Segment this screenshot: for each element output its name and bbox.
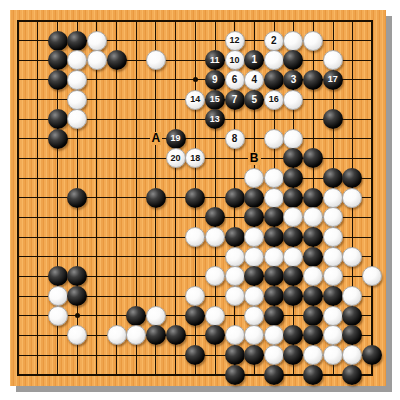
board-point[interactable]: 10 <box>225 50 245 70</box>
board-point[interactable] <box>48 227 68 247</box>
board-point[interactable] <box>284 208 304 228</box>
board-point[interactable] <box>303 90 323 110</box>
board-point[interactable] <box>205 11 225 31</box>
board-point[interactable] <box>205 345 225 365</box>
board-point[interactable] <box>67 149 87 169</box>
board-point[interactable]: 5 <box>244 90 264 110</box>
board-point[interactable] <box>166 325 186 345</box>
board-point[interactable] <box>303 208 323 228</box>
board-point[interactable] <box>8 365 28 385</box>
board-point[interactable] <box>264 168 284 188</box>
board-point[interactable] <box>126 149 146 169</box>
board-point[interactable] <box>264 11 284 31</box>
board-point[interactable] <box>126 168 146 188</box>
board-point[interactable] <box>303 168 323 188</box>
board-point[interactable] <box>48 208 68 228</box>
board-point[interactable] <box>166 50 186 70</box>
board-point[interactable] <box>225 325 245 345</box>
board-point[interactable] <box>303 50 323 70</box>
board-point[interactable] <box>323 149 343 169</box>
board-point[interactable] <box>362 70 382 90</box>
board-point[interactable] <box>284 267 304 287</box>
board-point[interactable] <box>303 11 323 31</box>
board-point[interactable] <box>323 208 343 228</box>
board-point[interactable] <box>28 168 48 188</box>
board-point[interactable] <box>303 149 323 169</box>
board-point[interactable]: 4 <box>244 70 264 90</box>
board-point[interactable] <box>126 50 146 70</box>
board-point[interactable] <box>87 188 107 208</box>
board-point[interactable] <box>303 70 323 90</box>
board-point[interactable] <box>146 345 166 365</box>
board-point[interactable] <box>362 149 382 169</box>
board-point[interactable] <box>67 11 87 31</box>
board-point[interactable] <box>146 267 166 287</box>
board-point[interactable] <box>343 188 363 208</box>
board-point[interactable] <box>205 286 225 306</box>
board-point[interactable] <box>264 50 284 70</box>
board-point[interactable] <box>28 70 48 90</box>
board-point[interactable] <box>205 227 225 247</box>
board-point[interactable] <box>8 109 28 129</box>
board-point[interactable] <box>146 50 166 70</box>
board-point[interactable] <box>87 247 107 267</box>
board-point[interactable] <box>343 31 363 51</box>
board-point[interactable] <box>48 188 68 208</box>
board-point[interactable] <box>264 208 284 228</box>
board-point[interactable] <box>323 11 343 31</box>
board-point[interactable] <box>185 168 205 188</box>
board-point[interactable] <box>225 11 245 31</box>
board-point[interactable] <box>362 365 382 385</box>
board-point[interactable] <box>8 267 28 287</box>
board-point[interactable] <box>225 188 245 208</box>
board-point[interactable] <box>303 345 323 365</box>
board-point[interactable] <box>166 267 186 287</box>
board-point[interactable] <box>343 345 363 365</box>
board-point[interactable]: B <box>244 149 264 169</box>
board-point[interactable] <box>126 208 146 228</box>
board-point[interactable] <box>225 168 245 188</box>
board-point[interactable] <box>303 365 323 385</box>
board-point[interactable] <box>87 109 107 129</box>
board-point[interactable] <box>67 267 87 287</box>
board-point[interactable] <box>303 31 323 51</box>
board-point[interactable] <box>264 247 284 267</box>
board-point[interactable] <box>67 365 87 385</box>
board-point[interactable] <box>343 90 363 110</box>
board-point[interactable] <box>225 306 245 326</box>
board-point[interactable] <box>28 267 48 287</box>
board-point[interactable] <box>284 129 304 149</box>
board-point[interactable] <box>264 267 284 287</box>
board-point[interactable] <box>264 188 284 208</box>
board-point[interactable] <box>48 247 68 267</box>
board-point[interactable] <box>225 109 245 129</box>
board-point[interactable]: 17 <box>323 70 343 90</box>
board-point[interactable] <box>284 188 304 208</box>
board-point[interactable] <box>284 325 304 345</box>
board-point[interactable] <box>107 11 127 31</box>
board-point[interactable] <box>225 345 245 365</box>
board-point[interactable] <box>28 50 48 70</box>
board-point[interactable] <box>303 325 323 345</box>
board-point[interactable] <box>87 31 107 51</box>
board-point[interactable] <box>107 345 127 365</box>
board-point[interactable] <box>48 70 68 90</box>
board-point[interactable] <box>107 306 127 326</box>
board-point[interactable] <box>244 365 264 385</box>
board-point[interactable] <box>303 247 323 267</box>
board-point[interactable] <box>323 247 343 267</box>
board-point[interactable] <box>126 70 146 90</box>
board-point[interactable] <box>264 129 284 149</box>
board-point[interactable] <box>87 267 107 287</box>
board-point[interactable] <box>67 129 87 149</box>
board-point[interactable] <box>28 208 48 228</box>
board-point[interactable] <box>126 11 146 31</box>
board-point[interactable] <box>323 90 343 110</box>
board-point[interactable] <box>343 306 363 326</box>
board-point[interactable] <box>284 247 304 267</box>
board-point[interactable] <box>343 109 363 129</box>
board-point[interactable] <box>48 90 68 110</box>
board-point[interactable] <box>362 306 382 326</box>
board-point[interactable] <box>8 50 28 70</box>
board-point[interactable] <box>225 365 245 385</box>
board-point[interactable] <box>244 345 264 365</box>
board-point[interactable] <box>48 267 68 287</box>
board-point[interactable] <box>185 325 205 345</box>
board-point[interactable] <box>244 227 264 247</box>
board-point[interactable] <box>284 286 304 306</box>
board-point[interactable] <box>323 365 343 385</box>
board-point[interactable] <box>126 306 146 326</box>
board-point[interactable] <box>48 50 68 70</box>
board-point[interactable] <box>87 149 107 169</box>
board-point[interactable] <box>362 188 382 208</box>
board-point[interactable] <box>166 208 186 228</box>
board-point[interactable] <box>343 149 363 169</box>
board-point[interactable] <box>244 11 264 31</box>
board-point[interactable] <box>146 286 166 306</box>
board-point[interactable] <box>205 168 225 188</box>
board-point[interactable] <box>146 168 166 188</box>
board-point[interactable] <box>362 227 382 247</box>
board-point[interactable] <box>126 325 146 345</box>
board-point[interactable] <box>362 168 382 188</box>
board-point[interactable] <box>323 227 343 247</box>
board-point[interactable] <box>87 11 107 31</box>
board-point[interactable] <box>107 286 127 306</box>
board-point[interactable] <box>28 31 48 51</box>
board-point[interactable] <box>8 286 28 306</box>
board-point[interactable] <box>362 50 382 70</box>
board-point[interactable] <box>323 345 343 365</box>
board-point[interactable] <box>166 306 186 326</box>
board-point[interactable] <box>205 365 225 385</box>
board-point[interactable] <box>8 11 28 31</box>
board-point[interactable] <box>343 208 363 228</box>
board-point[interactable] <box>284 11 304 31</box>
board-point[interactable] <box>126 286 146 306</box>
board-point[interactable] <box>28 109 48 129</box>
board-point[interactable] <box>28 188 48 208</box>
board-point[interactable] <box>264 286 284 306</box>
board-point[interactable]: 6 <box>225 70 245 90</box>
board-point[interactable] <box>146 306 166 326</box>
board-point[interactable] <box>67 168 87 188</box>
board-point[interactable] <box>28 286 48 306</box>
board-point[interactable] <box>146 149 166 169</box>
board-point[interactable] <box>67 247 87 267</box>
board-point[interactable] <box>166 345 186 365</box>
board-point[interactable] <box>264 325 284 345</box>
board-point[interactable] <box>185 109 205 129</box>
board-point[interactable] <box>205 188 225 208</box>
board-point[interactable] <box>28 129 48 149</box>
board-point[interactable] <box>264 365 284 385</box>
board-point[interactable] <box>185 50 205 70</box>
board-point[interactable] <box>146 11 166 31</box>
board-point[interactable] <box>343 247 363 267</box>
board-point[interactable] <box>48 365 68 385</box>
board-point[interactable] <box>303 188 323 208</box>
board-point[interactable] <box>8 168 28 188</box>
board-point[interactable] <box>107 149 127 169</box>
board-point[interactable] <box>244 129 264 149</box>
board-point[interactable] <box>126 31 146 51</box>
board-point[interactable] <box>166 188 186 208</box>
board-point[interactable] <box>166 286 186 306</box>
board-point[interactable] <box>8 129 28 149</box>
board-point[interactable] <box>343 70 363 90</box>
board-point[interactable] <box>8 188 28 208</box>
board-point[interactable] <box>362 247 382 267</box>
board-point[interactable] <box>185 11 205 31</box>
board-point[interactable] <box>107 90 127 110</box>
board-point[interactable] <box>185 31 205 51</box>
board-point[interactable] <box>166 11 186 31</box>
board-point[interactable] <box>67 31 87 51</box>
board-point[interactable] <box>284 345 304 365</box>
board-point[interactable]: 12 <box>225 31 245 51</box>
board-point[interactable] <box>126 247 146 267</box>
board-point[interactable] <box>87 50 107 70</box>
board-point[interactable]: 18 <box>185 149 205 169</box>
board-point[interactable] <box>48 129 68 149</box>
board-point[interactable] <box>343 267 363 287</box>
board-point[interactable] <box>225 247 245 267</box>
board-point[interactable] <box>146 90 166 110</box>
board-point[interactable] <box>28 247 48 267</box>
board-point[interactable] <box>323 267 343 287</box>
board-point[interactable] <box>264 345 284 365</box>
board-point[interactable] <box>362 90 382 110</box>
board-point[interactable] <box>87 365 107 385</box>
board-point[interactable] <box>264 70 284 90</box>
board-point[interactable] <box>126 188 146 208</box>
board-point[interactable] <box>107 365 127 385</box>
board-point[interactable]: 11 <box>205 50 225 70</box>
board-point[interactable] <box>323 50 343 70</box>
board-point[interactable] <box>343 286 363 306</box>
board-point[interactable] <box>323 31 343 51</box>
board-point[interactable] <box>28 227 48 247</box>
board-point[interactable] <box>126 345 146 365</box>
board-point[interactable] <box>284 365 304 385</box>
board-point[interactable] <box>244 325 264 345</box>
board-point[interactable]: 19 <box>166 129 186 149</box>
board-point[interactable] <box>87 70 107 90</box>
board-point[interactable] <box>343 365 363 385</box>
board-point[interactable] <box>8 247 28 267</box>
board-point[interactable] <box>146 227 166 247</box>
board-point[interactable] <box>303 227 323 247</box>
board-point[interactable] <box>28 90 48 110</box>
board-point[interactable] <box>185 286 205 306</box>
board-point[interactable] <box>48 286 68 306</box>
board-point[interactable] <box>146 188 166 208</box>
board-point[interactable] <box>284 50 304 70</box>
board-point[interactable] <box>225 227 245 247</box>
board-point[interactable] <box>264 109 284 129</box>
board-point[interactable] <box>225 149 245 169</box>
board-point[interactable] <box>303 267 323 287</box>
board-point[interactable] <box>362 267 382 287</box>
board-point[interactable] <box>185 188 205 208</box>
board-point[interactable] <box>244 168 264 188</box>
board-point[interactable] <box>146 208 166 228</box>
board-point[interactable] <box>185 267 205 287</box>
board-point[interactable] <box>343 11 363 31</box>
board-point[interactable] <box>48 325 68 345</box>
board-point[interactable] <box>284 31 304 51</box>
board-point[interactable] <box>8 227 28 247</box>
board-point[interactable] <box>244 109 264 129</box>
board-point[interactable] <box>87 208 107 228</box>
board-point[interactable] <box>126 227 146 247</box>
board-point[interactable] <box>67 325 87 345</box>
board-point[interactable] <box>244 306 264 326</box>
board-point[interactable] <box>205 325 225 345</box>
board-point[interactable] <box>362 31 382 51</box>
board-point[interactable] <box>284 168 304 188</box>
board-point[interactable] <box>362 208 382 228</box>
board-point[interactable] <box>28 345 48 365</box>
board-point[interactable] <box>362 129 382 149</box>
board-point[interactable] <box>107 129 127 149</box>
board-point[interactable] <box>284 109 304 129</box>
board-point[interactable] <box>146 325 166 345</box>
board-point[interactable] <box>303 109 323 129</box>
board-point[interactable] <box>48 109 68 129</box>
board-point[interactable] <box>107 208 127 228</box>
board-point[interactable] <box>67 188 87 208</box>
board-point[interactable] <box>284 149 304 169</box>
board-point[interactable] <box>48 31 68 51</box>
board-point[interactable] <box>8 345 28 365</box>
board-point[interactable] <box>323 129 343 149</box>
board-point[interactable] <box>126 109 146 129</box>
board-point[interactable] <box>323 325 343 345</box>
board-point[interactable] <box>107 247 127 267</box>
board-point[interactable] <box>107 70 127 90</box>
board-point[interactable] <box>225 267 245 287</box>
board-point[interactable]: 16 <box>264 90 284 110</box>
board-point[interactable] <box>8 149 28 169</box>
board-point[interactable]: 9 <box>205 70 225 90</box>
board-point[interactable] <box>185 227 205 247</box>
board-point[interactable] <box>28 306 48 326</box>
board-point[interactable] <box>126 129 146 149</box>
board-point[interactable] <box>8 306 28 326</box>
board-point[interactable] <box>284 90 304 110</box>
board-point[interactable] <box>264 149 284 169</box>
board-point[interactable] <box>205 208 225 228</box>
board-point[interactable] <box>362 11 382 31</box>
board-point[interactable] <box>8 90 28 110</box>
go-board[interactable]: 122111019643171415751613A1982018B <box>10 10 386 386</box>
board-point[interactable] <box>8 208 28 228</box>
board-point[interactable] <box>303 286 323 306</box>
board-point[interactable] <box>185 345 205 365</box>
board-point[interactable] <box>87 306 107 326</box>
board-point[interactable] <box>244 31 264 51</box>
board-point[interactable] <box>107 31 127 51</box>
board-point[interactable] <box>107 267 127 287</box>
board-point[interactable] <box>146 247 166 267</box>
board-point[interactable] <box>87 286 107 306</box>
board-point[interactable] <box>166 365 186 385</box>
board-point[interactable] <box>323 306 343 326</box>
board-point[interactable]: 7 <box>225 90 245 110</box>
board-point[interactable] <box>264 227 284 247</box>
board-point[interactable] <box>244 267 264 287</box>
board-point[interactable] <box>8 325 28 345</box>
board-point[interactable] <box>225 208 245 228</box>
board-point[interactable] <box>343 129 363 149</box>
board-point[interactable]: 2 <box>264 31 284 51</box>
board-point[interactable] <box>362 109 382 129</box>
board-point[interactable] <box>343 325 363 345</box>
board-point[interactable]: 14 <box>185 90 205 110</box>
board-point[interactable] <box>146 109 166 129</box>
board-point[interactable] <box>67 50 87 70</box>
board-point[interactable] <box>166 227 186 247</box>
board-point[interactable] <box>244 247 264 267</box>
board-point[interactable] <box>343 227 363 247</box>
board-point[interactable] <box>185 306 205 326</box>
board-point[interactable] <box>107 188 127 208</box>
board-point[interactable] <box>107 227 127 247</box>
board-point[interactable]: 3 <box>284 70 304 90</box>
board-point[interactable] <box>48 345 68 365</box>
board-point[interactable] <box>343 50 363 70</box>
board-point[interactable] <box>166 31 186 51</box>
board-point[interactable] <box>323 168 343 188</box>
board-point[interactable] <box>67 286 87 306</box>
board-point[interactable] <box>28 149 48 169</box>
board-point[interactable] <box>67 306 87 326</box>
board-point[interactable] <box>244 188 264 208</box>
board-point[interactable]: 8 <box>225 129 245 149</box>
board-point[interactable] <box>48 168 68 188</box>
board-point[interactable] <box>166 90 186 110</box>
board-point[interactable] <box>244 286 264 306</box>
board-point[interactable] <box>87 227 107 247</box>
board-point[interactable] <box>166 168 186 188</box>
